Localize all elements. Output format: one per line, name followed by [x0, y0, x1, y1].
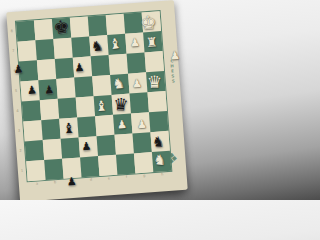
rank-label-8: 8 — [11, 30, 13, 34]
square-c7 — [53, 38, 72, 59]
square-c2 — [61, 137, 80, 158]
photo-background: { "game": "chess", "scene": "overhead ph… — [0, 0, 200, 200]
square-a1 — [26, 160, 45, 181]
square-h8: ♚ — [142, 11, 161, 32]
square-f1 — [116, 153, 135, 174]
square-f6 — [109, 54, 128, 75]
square-b8 — [34, 19, 53, 40]
square-c1 — [62, 157, 81, 178]
square-f7: ♝ — [107, 34, 126, 55]
white-rook-h7: ♜ — [146, 35, 159, 49]
chess-board-grid: ♚♚♞♝♟♜♟♟♟♞♟♛♝♛♝♟♟♟♞♞ — [16, 11, 171, 181]
square-e3 — [95, 115, 114, 136]
square-f5: ♞ — [110, 74, 129, 95]
square-e8 — [88, 15, 107, 36]
square-a6 — [19, 60, 38, 81]
file-label-h: h — [161, 173, 163, 177]
square-h3 — [149, 111, 168, 132]
black-pawn-d6: ♟ — [74, 61, 85, 73]
square-d8 — [70, 16, 89, 37]
black-knight-e7: ♞ — [90, 38, 104, 53]
square-c8: ♚ — [52, 18, 71, 39]
black-knight-h2: ♞ — [152, 135, 165, 149]
rank-label-1: 1 — [21, 170, 23, 174]
file-label-c: c — [72, 180, 74, 184]
square-b6 — [37, 59, 56, 80]
square-b5: ♟ — [38, 79, 57, 100]
square-h7: ♜ — [143, 31, 162, 52]
square-a3 — [23, 120, 42, 141]
vinyl-board-mat: ♚♚♞♝♟♜♟♟♟♞♟♛♝♛♝♟♟♟♞♞ abcdefgh 87654321 ❖… — [6, 0, 187, 200]
square-d3 — [77, 116, 96, 137]
rank-label-2: 2 — [19, 150, 21, 154]
file-label-f: f — [126, 176, 127, 180]
square-c6 — [55, 58, 74, 79]
white-bishop-e4: ♝ — [95, 98, 109, 113]
square-h6 — [145, 51, 164, 72]
file-label-g: g — [143, 175, 145, 179]
brand-text: CHESS — [166, 58, 176, 84]
square-d6: ♟ — [73, 56, 92, 77]
black-bishop-c3: ♝ — [62, 121, 76, 136]
square-g8 — [124, 12, 143, 33]
square-e6 — [91, 55, 110, 76]
square-g1 — [134, 152, 153, 173]
white-pawn-g5: ♟ — [131, 77, 142, 89]
rank-label-7: 7 — [12, 50, 14, 54]
square-d7 — [71, 36, 90, 57]
square-a2 — [25, 140, 44, 161]
square-f2 — [115, 133, 134, 154]
square-e5 — [92, 75, 111, 96]
square-c3: ♝ — [59, 117, 78, 138]
square-e2 — [97, 135, 116, 156]
square-b2 — [43, 139, 62, 160]
square-b3 — [41, 119, 60, 140]
square-a5: ♟ — [20, 80, 39, 101]
square-b7 — [35, 39, 54, 60]
white-pawn-f3: ♟ — [116, 118, 127, 130]
white-bishop-f7: ♝ — [108, 36, 122, 51]
square-b1 — [44, 159, 63, 180]
white-knight-f5: ♞ — [112, 76, 126, 91]
rank-label-3: 3 — [18, 130, 20, 134]
square-a7 — [17, 40, 36, 61]
black-pawn-a5: ♟ — [27, 84, 38, 96]
white-queen-h5: ♛ — [147, 73, 163, 90]
square-g6 — [127, 52, 146, 73]
square-d1 — [80, 156, 99, 177]
square-e1 — [98, 155, 117, 176]
black-pawn-d2: ♟ — [81, 140, 92, 152]
rank-label-4: 4 — [16, 110, 18, 114]
square-a8 — [16, 20, 35, 41]
file-label-d: d — [90, 179, 92, 183]
square-c4 — [58, 98, 77, 119]
white-pawn-g3: ♟ — [136, 118, 147, 130]
square-d5 — [74, 76, 93, 97]
square-a4 — [22, 100, 41, 121]
square-f3: ♟ — [113, 114, 132, 135]
square-d4 — [76, 96, 95, 117]
rank-label-5: 5 — [15, 90, 17, 94]
square-d2: ♟ — [79, 136, 98, 157]
square-h5: ♛ — [146, 71, 165, 92]
black-king-c8: ♚ — [52, 17, 71, 37]
square-e7: ♞ — [89, 35, 108, 56]
white-pawn-g7: ♟ — [129, 36, 140, 48]
black-queen-f4: ♛ — [113, 95, 129, 113]
square-g4 — [130, 92, 149, 113]
square-h4 — [147, 91, 166, 112]
black-pawn-b5: ♟ — [44, 84, 55, 96]
square-e4: ♝ — [94, 95, 113, 116]
square-g7: ♟ — [125, 32, 144, 53]
file-label-e: e — [108, 177, 110, 181]
file-label-b: b — [54, 181, 56, 185]
square-c5 — [56, 78, 75, 99]
brand-logo-icon: ❖ — [164, 151, 178, 167]
white-king-h8: ♚ — [140, 13, 157, 32]
file-label-a: a — [36, 183, 38, 187]
square-f8 — [106, 14, 125, 35]
square-f4: ♛ — [112, 94, 131, 115]
square-g3: ♟ — [131, 112, 150, 133]
rank-label-6: 6 — [14, 70, 16, 74]
square-g2 — [132, 132, 151, 153]
square-g5: ♟ — [128, 72, 147, 93]
square-b4 — [40, 99, 59, 120]
